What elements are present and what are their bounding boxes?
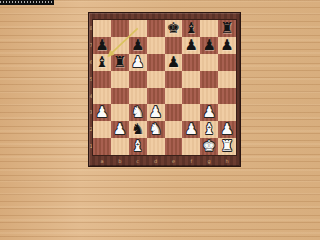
square-h1[interactable]: ♜ xyxy=(218,138,236,155)
file-label-a: a xyxy=(93,156,111,166)
file-label-d: d xyxy=(147,156,165,166)
white-rook[interactable]: ♜ xyxy=(220,139,233,154)
square-b6[interactable]: ♜ xyxy=(111,54,129,71)
square-e4[interactable] xyxy=(165,88,183,105)
square-c2[interactable]: ♞ xyxy=(129,121,147,138)
black-rook[interactable]: ♜ xyxy=(220,21,233,36)
white-pawn[interactable]: ♟ xyxy=(202,105,215,120)
black-rook[interactable]: ♜ xyxy=(113,55,126,70)
square-h8[interactable]: ♜ xyxy=(218,20,236,37)
chess-board: 87654321 abcdefgh ♚♝♜♟♟♟♟♟♝♜♟♟♟♞♟♟♟♞♞♟♝♟… xyxy=(88,12,241,167)
desktop-wood-background: { "game": "chess", "position": { "fen": … xyxy=(0,0,320,180)
black-pawn[interactable]: ♟ xyxy=(95,38,108,53)
square-d7[interactable] xyxy=(147,37,165,54)
square-c8[interactable] xyxy=(129,20,147,37)
square-c4[interactable] xyxy=(129,88,147,105)
square-e8[interactable]: ♚ xyxy=(165,20,183,37)
white-king[interactable]: ♚ xyxy=(202,139,215,154)
file-label-f: f xyxy=(182,156,200,166)
square-h3[interactable] xyxy=(218,104,236,121)
titlebar-fragment xyxy=(0,0,54,5)
black-pawn[interactable]: ♟ xyxy=(167,55,180,70)
square-a7[interactable]: ♟ xyxy=(93,37,111,54)
square-c7[interactable]: ♟ xyxy=(129,37,147,54)
black-knight[interactable]: ♞ xyxy=(131,122,144,137)
square-g3[interactable]: ♟ xyxy=(200,104,218,121)
square-c5[interactable] xyxy=(129,71,147,88)
square-e3[interactable] xyxy=(165,104,183,121)
white-pawn[interactable]: ♟ xyxy=(185,122,198,137)
square-a6[interactable]: ♝ xyxy=(93,54,111,71)
square-a4[interactable] xyxy=(93,88,111,105)
square-a2[interactable] xyxy=(93,121,111,138)
file-labels: abcdefgh xyxy=(93,156,236,166)
white-knight[interactable]: ♞ xyxy=(131,105,144,120)
square-h2[interactable]: ♟ xyxy=(218,121,236,138)
square-h4[interactable] xyxy=(218,88,236,105)
file-label-c: c xyxy=(129,156,147,166)
square-b8[interactable] xyxy=(111,20,129,37)
square-e5[interactable] xyxy=(165,71,183,88)
square-d5[interactable] xyxy=(147,71,165,88)
file-label-b: b xyxy=(111,156,129,166)
square-b3[interactable] xyxy=(111,104,129,121)
square-d8[interactable] xyxy=(147,20,165,37)
square-d1[interactable] xyxy=(147,138,165,155)
square-d2[interactable]: ♞ xyxy=(147,121,165,138)
square-g2[interactable]: ♝ xyxy=(200,121,218,138)
square-d3[interactable]: ♟ xyxy=(147,104,165,121)
black-pawn[interactable]: ♟ xyxy=(220,38,233,53)
square-f5[interactable] xyxy=(182,71,200,88)
white-pawn[interactable]: ♟ xyxy=(95,105,108,120)
black-pawn[interactable]: ♟ xyxy=(185,38,198,53)
white-pawn[interactable]: ♟ xyxy=(113,122,126,137)
square-d4[interactable] xyxy=(147,88,165,105)
black-pawn[interactable]: ♟ xyxy=(202,38,215,53)
white-knight[interactable]: ♞ xyxy=(149,122,162,137)
square-e6[interactable]: ♟ xyxy=(165,54,183,71)
square-g1[interactable]: ♚ xyxy=(200,138,218,155)
square-c6[interactable]: ♟ xyxy=(129,54,147,71)
square-f2[interactable]: ♟ xyxy=(182,121,200,138)
white-bishop[interactable]: ♝ xyxy=(202,122,215,137)
square-f1[interactable] xyxy=(182,138,200,155)
file-label-g: g xyxy=(200,156,218,166)
board-grid: ♚♝♜♟♟♟♟♟♝♜♟♟♟♞♟♟♟♞♞♟♝♟♝♚♜ xyxy=(93,20,236,155)
square-h5[interactable] xyxy=(218,71,236,88)
black-king[interactable]: ♚ xyxy=(167,21,180,36)
square-e2[interactable] xyxy=(165,121,183,138)
square-a8[interactable] xyxy=(93,20,111,37)
square-h7[interactable]: ♟ xyxy=(218,37,236,54)
black-pawn[interactable]: ♟ xyxy=(131,38,144,53)
white-pawn[interactable]: ♟ xyxy=(131,55,144,70)
square-c1[interactable]: ♝ xyxy=(129,138,147,155)
white-pawn[interactable]: ♟ xyxy=(220,122,233,137)
square-b5[interactable] xyxy=(111,71,129,88)
square-b2[interactable]: ♟ xyxy=(111,121,129,138)
square-b4[interactable] xyxy=(111,88,129,105)
square-a1[interactable] xyxy=(93,138,111,155)
square-g4[interactable] xyxy=(200,88,218,105)
square-g5[interactable] xyxy=(200,71,218,88)
square-c3[interactable]: ♞ xyxy=(129,104,147,121)
white-bishop[interactable]: ♝ xyxy=(131,139,144,154)
square-a5[interactable] xyxy=(93,71,111,88)
square-g7[interactable]: ♟ xyxy=(200,37,218,54)
white-pawn[interactable]: ♟ xyxy=(149,105,162,120)
square-d6[interactable] xyxy=(147,54,165,71)
square-f4[interactable] xyxy=(182,88,200,105)
square-g8[interactable] xyxy=(200,20,218,37)
square-e7[interactable] xyxy=(165,37,183,54)
square-a3[interactable]: ♟ xyxy=(93,104,111,121)
square-f8[interactable]: ♝ xyxy=(182,20,200,37)
file-label-h: h xyxy=(218,156,236,166)
square-f6[interactable] xyxy=(182,54,200,71)
black-bishop[interactable]: ♝ xyxy=(95,55,108,70)
square-f7[interactable]: ♟ xyxy=(182,37,200,54)
square-h6[interactable] xyxy=(218,54,236,71)
square-f3[interactable] xyxy=(182,104,200,121)
square-b1[interactable] xyxy=(111,138,129,155)
square-b7[interactable] xyxy=(111,37,129,54)
file-label-e: e xyxy=(165,156,183,166)
black-bishop[interactable]: ♝ xyxy=(185,21,198,36)
square-g6[interactable] xyxy=(200,54,218,71)
square-e1[interactable] xyxy=(165,138,183,155)
